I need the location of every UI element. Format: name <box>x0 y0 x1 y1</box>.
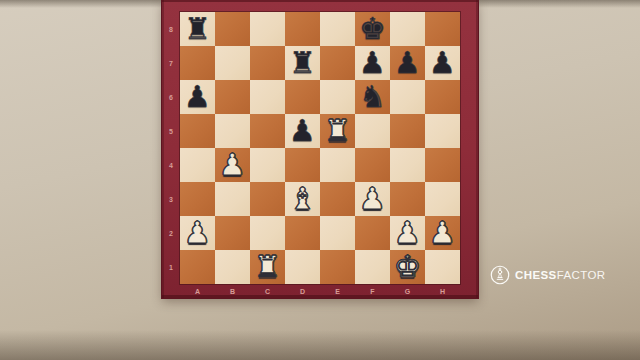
file-label-e: E <box>320 284 355 298</box>
square-h3 <box>425 182 460 216</box>
square-c4 <box>250 148 285 182</box>
brand-chess: CHESS <box>515 269 557 281</box>
file-label-g: G <box>390 284 425 298</box>
square-g3 <box>390 182 425 216</box>
rank-label-6: 6 <box>162 80 180 114</box>
square-d1 <box>285 250 320 284</box>
square-a5 <box>180 114 215 148</box>
square-a6: ♟ <box>180 80 215 114</box>
white-rook: ♜ <box>320 114 355 148</box>
square-f3: ♟ <box>355 182 390 216</box>
square-f8: ♚ <box>355 12 390 46</box>
white-rook: ♜ <box>250 250 285 284</box>
square-g1: ♚ <box>390 250 425 284</box>
file-label-c: C <box>250 284 285 298</box>
rank-label-1: 1 <box>162 250 180 284</box>
square-b3 <box>215 182 250 216</box>
square-f1 <box>355 250 390 284</box>
chess-board: 87654321 ♜♚♜♟♟♟♟♞♟♜♟♝♟♟♟♟♜♚ ABCDEFGH <box>162 0 478 298</box>
black-king: ♚ <box>355 12 390 46</box>
square-d6 <box>285 80 320 114</box>
file-label-d: D <box>285 284 320 298</box>
white-king: ♚ <box>390 250 425 284</box>
black-rook: ♜ <box>180 12 215 46</box>
white-pawn: ♟ <box>180 216 215 250</box>
brand-factor: FACTOR <box>557 269 606 281</box>
square-c1: ♜ <box>250 250 285 284</box>
rank-label-2: 2 <box>162 216 180 250</box>
file-labels: ABCDEFGH <box>180 284 460 298</box>
square-b5 <box>215 114 250 148</box>
square-b2 <box>215 216 250 250</box>
square-g4 <box>390 148 425 182</box>
square-f2 <box>355 216 390 250</box>
rank-label-4: 4 <box>162 148 180 182</box>
square-b7 <box>215 46 250 80</box>
square-f5 <box>355 114 390 148</box>
square-c7 <box>250 46 285 80</box>
square-h2: ♟ <box>425 216 460 250</box>
square-h6 <box>425 80 460 114</box>
square-a8: ♜ <box>180 12 215 46</box>
rank-label-7: 7 <box>162 46 180 80</box>
black-pawn: ♟ <box>355 46 390 80</box>
square-e3 <box>320 182 355 216</box>
square-d7: ♜ <box>285 46 320 80</box>
file-label-a: A <box>180 284 215 298</box>
square-a3 <box>180 182 215 216</box>
square-h7: ♟ <box>425 46 460 80</box>
square-h8 <box>425 12 460 46</box>
square-d3: ♝ <box>285 182 320 216</box>
video-frame: 87654321 ♜♚♜♟♟♟♟♞♟♜♟♝♟♟♟♟♜♚ ABCDEFGH CHE… <box>0 0 640 360</box>
square-a2: ♟ <box>180 216 215 250</box>
rank-labels: 87654321 <box>162 12 180 284</box>
square-d8 <box>285 12 320 46</box>
square-e6 <box>320 80 355 114</box>
square-d2 <box>285 216 320 250</box>
black-pawn: ♟ <box>180 80 215 114</box>
rank-label-5: 5 <box>162 114 180 148</box>
white-pawn: ♟ <box>215 148 250 182</box>
square-a4 <box>180 148 215 182</box>
square-d5: ♟ <box>285 114 320 148</box>
pawn-in-circle-icon <box>490 265 510 285</box>
white-pawn: ♟ <box>355 182 390 216</box>
square-g2: ♟ <box>390 216 425 250</box>
chessfactor-logo: CHESSFACTOR <box>490 265 605 285</box>
black-rook: ♜ <box>285 46 320 80</box>
square-d4 <box>285 148 320 182</box>
file-label-b: B <box>215 284 250 298</box>
rank-label-8: 8 <box>162 12 180 46</box>
square-g5 <box>390 114 425 148</box>
square-h1 <box>425 250 460 284</box>
square-e8 <box>320 12 355 46</box>
square-g8 <box>390 12 425 46</box>
square-e5: ♜ <box>320 114 355 148</box>
black-pawn: ♟ <box>285 114 320 148</box>
square-b8 <box>215 12 250 46</box>
square-f4 <box>355 148 390 182</box>
square-g7: ♟ <box>390 46 425 80</box>
file-label-h: H <box>425 284 460 298</box>
square-f6: ♞ <box>355 80 390 114</box>
square-h4 <box>425 148 460 182</box>
square-a7 <box>180 46 215 80</box>
square-b4: ♟ <box>215 148 250 182</box>
black-pawn: ♟ <box>390 46 425 80</box>
white-pawn: ♟ <box>390 216 425 250</box>
black-knight: ♞ <box>355 80 390 114</box>
square-e7 <box>320 46 355 80</box>
square-e4 <box>320 148 355 182</box>
square-c2 <box>250 216 285 250</box>
file-label-f: F <box>355 284 390 298</box>
square-c8 <box>250 12 285 46</box>
board-grid: ♜♚♜♟♟♟♟♞♟♜♟♝♟♟♟♟♜♚ <box>180 12 460 284</box>
white-pawn: ♟ <box>425 216 460 250</box>
square-b6 <box>215 80 250 114</box>
square-c3 <box>250 182 285 216</box>
square-b1 <box>215 250 250 284</box>
square-e1 <box>320 250 355 284</box>
square-g6 <box>390 80 425 114</box>
square-e2 <box>320 216 355 250</box>
square-c5 <box>250 114 285 148</box>
square-f7: ♟ <box>355 46 390 80</box>
rank-label-3: 3 <box>162 182 180 216</box>
black-pawn: ♟ <box>425 46 460 80</box>
square-h5 <box>425 114 460 148</box>
chessfactor-wordmark: CHESSFACTOR <box>515 269 605 281</box>
square-a1 <box>180 250 215 284</box>
white-bishop: ♝ <box>285 182 320 216</box>
square-c6 <box>250 80 285 114</box>
